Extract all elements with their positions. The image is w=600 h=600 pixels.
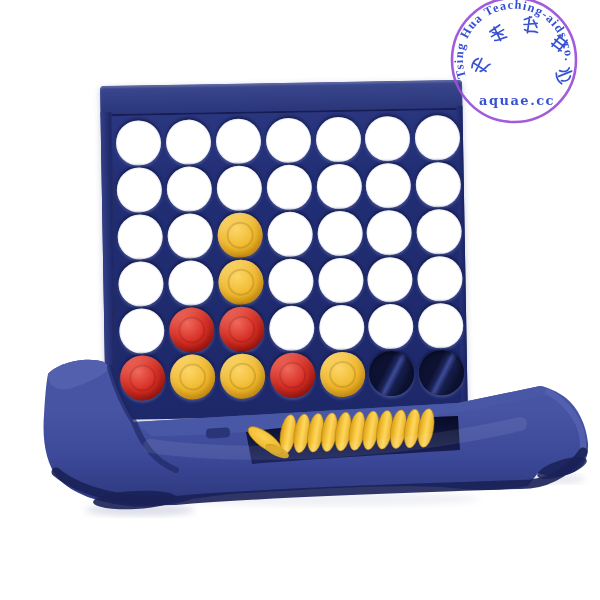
cell-r3c3[interactable] <box>217 212 263 258</box>
disc-slot-recess <box>246 416 460 464</box>
tray-loose-disc <box>263 441 291 461</box>
cell-r4c3[interactable] <box>218 259 264 305</box>
tray-loose-disc <box>244 422 285 458</box>
cell-r2c4[interactable] <box>266 164 312 210</box>
cell-r1c1[interactable] <box>116 120 162 166</box>
cell-r5c3[interactable] <box>219 306 265 352</box>
tray-stacked-disc <box>333 411 354 452</box>
stamp-cjk-glyph <box>523 17 538 34</box>
cell-r6c7[interactable] <box>419 350 465 396</box>
cell-r2c1[interactable] <box>117 167 163 213</box>
cell-r2c2[interactable] <box>167 166 213 212</box>
stamp-cjk-glyph <box>555 67 575 85</box>
tray-stacked-disc <box>319 412 340 453</box>
cell-r1c3[interactable] <box>216 118 262 164</box>
board-top-slot-bar <box>100 80 462 116</box>
cell-r4c6[interactable] <box>367 257 413 303</box>
cell-r2c5[interactable] <box>316 164 362 210</box>
cell-r6c6[interactable] <box>369 351 415 397</box>
tray-stacked-disc <box>277 414 298 455</box>
tray-stacked-disc <box>374 409 395 450</box>
cell-r2c7[interactable] <box>416 162 462 208</box>
left-wing-top <box>48 360 110 390</box>
cell-r5c1[interactable] <box>119 308 165 354</box>
cell-r5c6[interactable] <box>368 304 414 350</box>
tray-front-sheen <box>150 424 520 453</box>
deck-notch <box>206 427 230 438</box>
cell-r3c2[interactable] <box>167 213 213 259</box>
tray-stacked-disc <box>291 413 312 454</box>
cell-r3c5[interactable] <box>317 211 363 257</box>
connect-four-board <box>100 80 468 420</box>
stamp-circle <box>452 0 576 122</box>
cell-r1c6[interactable] <box>365 116 411 162</box>
cell-r1c7[interactable] <box>415 115 461 161</box>
cell-r6c5[interactable] <box>319 352 365 398</box>
cell-r3c6[interactable] <box>367 210 413 256</box>
cell-r5c5[interactable] <box>318 305 364 351</box>
tray-stacked-disc <box>346 411 367 452</box>
cell-r4c7[interactable] <box>417 256 463 302</box>
cell-r3c4[interactable] <box>267 211 313 257</box>
right-wing-highlight <box>548 392 583 461</box>
cell-r2c3[interactable] <box>216 165 262 211</box>
cell-r6c4[interactable] <box>269 352 315 398</box>
stamp-site-text: aquae.cc <box>479 93 555 108</box>
cell-r2c6[interactable] <box>366 163 412 209</box>
stamp-cjk-glyph <box>470 56 490 76</box>
cell-r4c1[interactable] <box>118 261 164 307</box>
cell-r4c2[interactable] <box>168 260 214 306</box>
stamp-cjk-glyph <box>488 24 508 44</box>
cell-r6c3[interactable] <box>220 353 266 399</box>
cell-r1c5[interactable] <box>315 117 361 163</box>
cell-r5c2[interactable] <box>169 307 215 353</box>
left-foot-shadow <box>93 489 178 511</box>
product-photo-connect-four: Tsing Hua Teaching-aids co. aquae.cc <box>0 0 600 600</box>
cell-r1c4[interactable] <box>265 117 311 163</box>
cell-r6c2[interactable] <box>170 354 216 400</box>
ground-shadows <box>85 474 585 516</box>
tray-stacked-disc <box>305 412 326 453</box>
cell-r4c4[interactable] <box>268 258 314 304</box>
cell-r5c7[interactable] <box>418 303 464 349</box>
board-grid <box>114 114 467 402</box>
cell-r4c5[interactable] <box>318 258 364 304</box>
cell-r5c4[interactable] <box>269 305 315 351</box>
base-bottom-shadow <box>56 452 583 501</box>
cell-r3c7[interactable] <box>416 209 462 255</box>
right-wing-underside <box>535 452 589 483</box>
stamp-cjk-glyphs <box>470 17 574 85</box>
cell-r3c1[interactable] <box>118 214 164 260</box>
stamp-cjk-glyph <box>551 34 569 52</box>
tray-stacked-disc <box>360 410 381 451</box>
cell-r1c2[interactable] <box>166 119 212 165</box>
cell-r6c1[interactable] <box>120 355 166 401</box>
stamp-ring-text: Tsing Hua Teaching-aids co. <box>452 0 576 80</box>
